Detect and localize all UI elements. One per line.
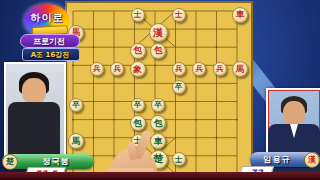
right-player-name: 임용규 (250, 154, 304, 165)
piece-cho-卒-f5r4: 卒 (172, 80, 186, 94)
han-piece-badge-icon: 漢 (304, 152, 320, 168)
piece-han-漢-f4r1: 漢 (149, 23, 168, 42)
piece-cho-卒-f0r5: 卒 (69, 98, 83, 112)
piece-han-士-f3r0: 士 (131, 8, 145, 22)
show-logo: 하이로 프로기전 A조 16강전 (18, 4, 88, 62)
piece-han-兵-f7r3: 兵 (213, 62, 227, 76)
piece-han-象-f3r3: 象 (130, 61, 146, 77)
logo-title: 하이로 (24, 11, 70, 25)
piece-cho-士-f5r8: 士 (172, 152, 186, 166)
piece-cho-車-f4r7: 車 (150, 133, 166, 149)
piece-han-兵-f5r3: 兵 (172, 62, 186, 76)
logo-subtitle: 프로기전 (20, 36, 78, 47)
piece-han-包-f4r2: 包 (150, 43, 166, 59)
left-commentator-photo (4, 62, 66, 166)
piece-cho-卒-f3r5: 卒 (131, 98, 145, 112)
logo-stage: A조 16강전 (22, 50, 78, 60)
piece-han-兵-f1r3: 兵 (90, 62, 104, 76)
broadcast-frame: 士士車馬漢包包兵兵象兵兵兵馬卒卒卒卒包包馬士車楚士 하이로 프로기전 A조 16… (0, 0, 320, 180)
cho-piece-badge-icon: 楚 (2, 154, 18, 170)
piece-cho-包-f3r6: 包 (130, 115, 146, 131)
piece-han-兵-f2r3: 兵 (110, 62, 124, 76)
piece-cho-馬-f0r7: 馬 (68, 133, 84, 149)
piece-cho-包-f4r6: 包 (150, 115, 166, 131)
piece-han-馬-f8r3: 馬 (232, 61, 248, 77)
piece-han-包-f3r2: 包 (130, 43, 146, 59)
left-player-name: 정국봉 (18, 156, 94, 167)
piece-han-車-f8r0: 車 (232, 7, 248, 23)
right-player-bar: 임용규 漢 (250, 152, 320, 167)
piece-han-兵-f6r3: 兵 (192, 62, 206, 76)
piece-cho-卒-f4r5: 卒 (151, 98, 165, 112)
piece-han-士-f5r0: 士 (172, 8, 186, 22)
bottom-strip (0, 172, 320, 180)
